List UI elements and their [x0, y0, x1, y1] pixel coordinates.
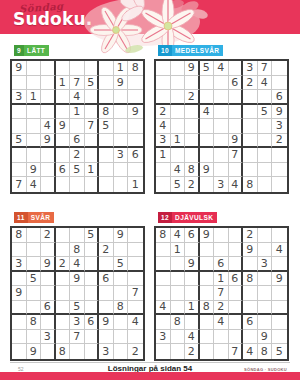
sudoku-cell: [200, 90, 215, 105]
sudoku-cell: [214, 105, 229, 120]
sudoku-cell: [243, 286, 258, 301]
sudoku-cell: [272, 177, 287, 192]
sudoku-cell: [70, 286, 85, 301]
sudoku-cell: [12, 344, 27, 359]
sudoku-cell: [114, 163, 129, 178]
sudoku-cell: [70, 61, 85, 76]
sudoku-cell: 8: [243, 177, 258, 192]
sudoku-cell: 7: [214, 286, 229, 301]
sudoku-cell: [156, 315, 171, 330]
difficulty-label: MEDELSVÅR: [172, 45, 223, 56]
sudoku-cell: [41, 61, 56, 76]
sudoku-cell: 6: [229, 272, 244, 287]
sudoku-cell: [128, 134, 143, 149]
sudoku-cell: [56, 243, 71, 258]
sudoku-cell: [171, 90, 186, 105]
sudoku-cell: [243, 257, 258, 272]
sudoku-cell: 2: [156, 105, 171, 120]
sudoku-cell: [12, 148, 27, 163]
sudoku-cell: [200, 148, 215, 163]
sudoku-cell: [156, 177, 171, 192]
sudoku-cell: [272, 301, 287, 316]
sudoku-cell: [171, 105, 186, 120]
sudoku-cell: [27, 257, 42, 272]
sudoku-cell: 3: [12, 257, 27, 272]
sudoku-cell: [229, 163, 244, 178]
sudoku-cell: [156, 61, 171, 76]
sudoku-cell: [12, 243, 27, 258]
sudoku-cell: [258, 134, 273, 149]
sudoku-cell: 7: [128, 286, 143, 301]
sudoku-cell: [200, 286, 215, 301]
sudoku-cell: 3: [70, 315, 85, 330]
difficulty-badge: 11SVÅR: [14, 212, 54, 223]
sudoku-cell: 3: [156, 134, 171, 149]
sudoku-cell: [214, 90, 229, 105]
sudoku-cell: [56, 134, 71, 149]
sudoku-cell: [128, 119, 143, 134]
sudoku-cell: 1: [56, 76, 71, 91]
sudoku-cell: [272, 257, 287, 272]
sudoku-cell: 7: [229, 344, 244, 359]
sudoku-cell: [156, 76, 171, 91]
sudoku-cell: [128, 228, 143, 243]
sudoku-cell: [41, 76, 56, 91]
sudoku-cell: [114, 315, 129, 330]
sudoku-cell: 8: [27, 315, 42, 330]
sudoku-cell: 1: [27, 90, 42, 105]
sudoku-cell: 4: [272, 243, 287, 258]
sudoku-cell: 8: [56, 344, 71, 359]
sudoku-cell: [99, 148, 114, 163]
sudoku-cell: [200, 134, 215, 149]
sudoku-cell: 9: [128, 105, 143, 120]
sudoku-cell: 2: [272, 134, 287, 149]
sudoku-cell: [56, 301, 71, 316]
sudoku-cell: [12, 272, 27, 287]
sudoku-cell: 6: [185, 228, 200, 243]
sudoku-cell: 5: [70, 301, 85, 316]
sudoku-cell: 9: [27, 344, 42, 359]
sudoku-cell: [56, 286, 71, 301]
sudoku-cell: [56, 330, 71, 345]
sudoku-cell: [12, 301, 27, 316]
sudoku-cell: [128, 301, 143, 316]
sudoku-cell: [56, 177, 71, 192]
sudoku-cell: [258, 177, 273, 192]
sudoku-cell: 4: [171, 163, 186, 178]
sudoku-cell: [27, 119, 42, 134]
sudoku-cell: [99, 257, 114, 272]
sudoku-cell: [185, 315, 200, 330]
sudoku-cell: 3: [99, 344, 114, 359]
sudoku-cell: 4: [200, 105, 215, 120]
sudoku-cell: [70, 228, 85, 243]
sudoku-cell: 2: [185, 90, 200, 105]
sudoku-cell: [85, 257, 100, 272]
puzzle-block-9-latt: 9LÄTT 918175931418949755962369651741: [10, 39, 145, 194]
sudoku-cell: [243, 301, 258, 316]
sudoku-cell: 9: [99, 315, 114, 330]
sudoku-cell: [229, 61, 244, 76]
sudoku-cell: 4: [41, 119, 56, 134]
sudoku-cell: 6: [214, 257, 229, 272]
sudoku-cell: [229, 228, 244, 243]
puzzle-number: 12: [158, 212, 172, 223]
sudoku-cell: [258, 286, 273, 301]
sudoku-cell: 2: [243, 76, 258, 91]
sudoku-cell: 4: [70, 90, 85, 105]
sudoku-cell: [229, 257, 244, 272]
sudoku-cell: [99, 228, 114, 243]
sudoku-cell: [185, 76, 200, 91]
sudoku-cell: [258, 228, 273, 243]
sudoku-cell: 8: [258, 344, 273, 359]
sudoku-cell: 9: [258, 330, 273, 345]
sudoku-cell: [185, 286, 200, 301]
sudoku-cell: [56, 272, 71, 287]
sudoku-cell: [258, 163, 273, 178]
sudoku-cell: [27, 61, 42, 76]
difficulty-label: SVÅR: [28, 212, 55, 223]
sudoku-cell: [85, 177, 100, 192]
sudoku-cell: 5: [272, 344, 287, 359]
sudoku-cell: [41, 286, 56, 301]
sudoku-cell: [114, 105, 129, 120]
puzzle-number: 9: [14, 45, 24, 56]
sudoku-cell: [171, 344, 186, 359]
sudoku-cell: 9: [12, 61, 27, 76]
sudoku-cell: [243, 163, 258, 178]
sudoku-cell: [214, 243, 229, 258]
sudoku-cell: 6: [70, 134, 85, 149]
sudoku-cell: [229, 330, 244, 345]
sudoku-cell: [85, 272, 100, 287]
sudoku-cell: [114, 134, 129, 149]
sudoku-cell: 8: [70, 243, 85, 258]
sudoku-cell: 9: [272, 272, 287, 287]
sudoku-cell: [27, 286, 42, 301]
sudoku-cell: [99, 90, 114, 105]
sudoku-cell: [229, 90, 244, 105]
difficulty-badge: 9LÄTT: [14, 45, 49, 56]
sudoku-cell: [156, 90, 171, 105]
sudoku-cell: [114, 243, 129, 258]
sudoku-cell: [258, 243, 273, 258]
sudoku-cell: [85, 134, 100, 149]
sudoku-cell: [200, 257, 215, 272]
sudoku-cell: [272, 163, 287, 178]
sudoku-cell: [85, 301, 100, 316]
sudoku-cell: [128, 163, 143, 178]
sudoku-cell: 9: [272, 105, 287, 120]
sudoku-cell: 4: [70, 257, 85, 272]
sudoku-cell: [185, 134, 200, 149]
sudoku-cell: [156, 163, 171, 178]
sudoku-cell: 1: [114, 61, 129, 76]
sudoku-cell: [56, 61, 71, 76]
sudoku-cell: [200, 177, 215, 192]
sudoku-cell: [214, 228, 229, 243]
sudoku-cell: 2: [128, 344, 143, 359]
sudoku-cell: [85, 330, 100, 345]
sudoku-cell: 8: [243, 272, 258, 287]
sudoku-cell: 1: [85, 163, 100, 178]
sudoku-cell: 6: [99, 272, 114, 287]
sudoku-cell: 6: [243, 315, 258, 330]
sudoku-cell: 3: [41, 330, 56, 345]
sudoku-cell: [27, 228, 42, 243]
sudoku-cell: [12, 105, 27, 120]
sudoku-cell: [99, 76, 114, 91]
sudoku-cell: 6: [128, 148, 143, 163]
sudoku-cell: [200, 315, 215, 330]
sudoku-cell: 7: [70, 76, 85, 91]
sudoku-cell: [272, 148, 287, 163]
sudoku-cell: [243, 148, 258, 163]
sudoku-cell: [41, 163, 56, 178]
difficulty-badge: 12DJÄVULSK: [158, 212, 217, 223]
sudoku-cell: [185, 243, 200, 258]
sudoku-cell: [12, 76, 27, 91]
sudoku-cell: [41, 243, 56, 258]
sudoku-cell: 1: [128, 177, 143, 192]
sudoku-cell: [70, 344, 85, 359]
sudoku-cell: 3: [214, 177, 229, 192]
sudoku-cell: [156, 257, 171, 272]
sudoku-cell: 4: [156, 119, 171, 134]
sudoku-cell: [185, 105, 200, 120]
sudoku-cell: [56, 315, 71, 330]
sudoku-cell: [171, 257, 186, 272]
sudoku-cell: [171, 148, 186, 163]
sudoku-cell: 6: [41, 301, 56, 316]
sudoku-cell: 9: [114, 76, 129, 91]
sudoku-cell: 3: [156, 330, 171, 345]
sudoku-cell: 5: [27, 272, 42, 287]
sudoku-cell: 9: [56, 119, 71, 134]
sudoku-cell: 1: [185, 301, 200, 316]
sudoku-cell: 8: [12, 228, 27, 243]
sudoku-cell: [156, 272, 171, 287]
sudoku-cell: 1: [156, 148, 171, 163]
sudoku-cell: [27, 148, 42, 163]
sudoku-cell: [99, 301, 114, 316]
sudoku-cell: [185, 272, 200, 287]
sudoku-cell: 5: [200, 61, 215, 76]
sudoku-cell: [229, 315, 244, 330]
sudoku-cell: 9: [114, 228, 129, 243]
sudoku-cell: [258, 301, 273, 316]
sudoku-cell: [128, 243, 143, 258]
sudoku-cell: [214, 330, 229, 345]
sudoku-cell: 7: [229, 148, 244, 163]
difficulty-label: LÄTT: [24, 45, 49, 56]
sudoku-cell: [85, 90, 100, 105]
sudoku-cell: 4: [214, 315, 229, 330]
sudoku-cell: [114, 177, 129, 192]
difficulty-label: DJÄVULSK: [172, 212, 217, 223]
sudoku-cell: [243, 330, 258, 345]
sudoku-cell: [12, 315, 27, 330]
sudoku-cell: [128, 90, 143, 105]
sudoku-cell: [128, 257, 143, 272]
sudoku-cell: 9: [229, 134, 244, 149]
sudoku-cell: [272, 286, 287, 301]
sudoku-cell: [27, 330, 42, 345]
sudoku-cell: [85, 286, 100, 301]
puzzle-block-10-medelsvar: 10MEDELSVÅR 9543762426245943319217489523…: [154, 39, 289, 194]
sudoku-cell: [85, 61, 100, 76]
sudoku-cell: 3: [272, 119, 287, 134]
sudoku-cell: [85, 344, 100, 359]
sudoku-cell: [229, 243, 244, 258]
sudoku-cell: [243, 134, 258, 149]
sudoku-cell: 8: [185, 163, 200, 178]
sudoku-cell: 9: [185, 61, 200, 76]
sudoku-cell: 9: [12, 286, 27, 301]
sudoku-cell: 7: [85, 119, 100, 134]
sudoku-cell: [156, 243, 171, 258]
sudoku-cell: [272, 61, 287, 76]
sudoku-cell: 3: [12, 90, 27, 105]
sudoku-cell: [214, 134, 229, 149]
sudoku-cell: [99, 163, 114, 178]
sudoku-cell: [229, 286, 244, 301]
sudoku-cell: [214, 163, 229, 178]
sudoku-cell: 9: [200, 228, 215, 243]
sudoku-cell: 6: [56, 163, 71, 178]
sudoku-cell: [258, 148, 273, 163]
sudoku-cell: 2: [99, 243, 114, 258]
sudoku-cell: 3: [243, 61, 258, 76]
sudoku-cell: [156, 344, 171, 359]
sudoku-cell: 7: [70, 330, 85, 345]
sudoku-cell: 7: [258, 61, 273, 76]
sudoku-cell: [41, 272, 56, 287]
sudoku-cell: [229, 119, 244, 134]
sudoku-cell: [128, 76, 143, 91]
sudoku-cell: 5: [12, 134, 27, 149]
sudoku-cell: [258, 119, 273, 134]
footer-divider: [10, 362, 290, 363]
puzzle-number: 10: [158, 45, 172, 56]
sudoku-cell: [114, 344, 129, 359]
sudoku-cell: 4: [243, 344, 258, 359]
sudoku-cell: [114, 90, 129, 105]
sudoku-cell: 4: [27, 177, 42, 192]
sudoku-cell: 9: [200, 163, 215, 178]
sudoku-cell: 9: [41, 257, 56, 272]
sudoku-cell: [12, 163, 27, 178]
sudoku-cell: [56, 148, 71, 163]
sudoku-cell: [171, 272, 186, 287]
sudoku-cell: 8: [171, 315, 186, 330]
sudoku-cell: [27, 76, 42, 91]
sudoku-cell: 2: [70, 148, 85, 163]
sudoku-cell: [27, 243, 42, 258]
sudoku-cell: [258, 315, 273, 330]
sudoku-cell: 6: [272, 90, 287, 105]
sudoku-cell: [41, 148, 56, 163]
sudoku-cell: [214, 148, 229, 163]
sudoku-grid-12-djavulsk: 8469219496316897418284634927485: [154, 226, 289, 361]
sudoku-cell: [272, 330, 287, 345]
sudoku-cell: 8: [114, 301, 129, 316]
sudoku-cell: [128, 330, 143, 345]
sudoku-cell: [114, 330, 129, 345]
sudoku-cell: 3: [114, 148, 129, 163]
sudoku-cell: 5: [85, 76, 100, 91]
sudoku-cell: [56, 228, 71, 243]
sudoku-cell: [258, 90, 273, 105]
sudoku-cell: 9: [185, 257, 200, 272]
puzzle-number: 11: [14, 212, 28, 223]
sudoku-cell: [27, 134, 42, 149]
sudoku-cell: 2: [185, 344, 200, 359]
sudoku-cell: 8: [156, 228, 171, 243]
sudoku-cell: [85, 105, 100, 120]
puzzle-block-12-djavulsk: 12DJÄVULSK 84692194963168974182846349274…: [154, 206, 289, 361]
sudoku-cell: 9: [27, 163, 42, 178]
sudoku-cell: 6: [229, 76, 244, 91]
sudoku-cell: [114, 286, 129, 301]
sudoku-cell: [200, 272, 215, 287]
sudoku-cell: [27, 105, 42, 120]
sudoku-cell: 5: [85, 228, 100, 243]
sudoku-cell: 1: [70, 105, 85, 120]
sudoku-cell: [258, 272, 273, 287]
sudoku-cell: [214, 76, 229, 91]
sudoku-cell: [156, 286, 171, 301]
sudoku-cell: 5: [258, 105, 273, 120]
sudoku-cell: [200, 76, 215, 91]
sudoku-cell: [171, 119, 186, 134]
sudoku-cell: [272, 76, 287, 91]
sudoku-cell: 8: [128, 61, 143, 76]
sudoku-cell: [200, 243, 215, 258]
sudoku-cell: [12, 119, 27, 134]
sudoku-cell: [214, 344, 229, 359]
sudoku-cell: [12, 330, 27, 345]
sudoku-cell: [243, 119, 258, 134]
sudoku-cell: 2: [185, 177, 200, 192]
sudoku-cell: [85, 243, 100, 258]
sudoku-cell: [99, 134, 114, 149]
sudoku-cell: [272, 315, 287, 330]
sudoku-cell: [200, 330, 215, 345]
sudoku-cell: [171, 301, 186, 316]
sudoku-cell: 2: [243, 228, 258, 243]
sudoku-cell: 4: [229, 177, 244, 192]
sudoku-cell: 9: [41, 134, 56, 149]
sudoku-cell: 1: [214, 272, 229, 287]
sudoku-cell: [56, 90, 71, 105]
sudoku-cell: [229, 301, 244, 316]
sudoku-cell: 1: [171, 243, 186, 258]
sudoku-cell: 2: [41, 228, 56, 243]
sudoku-cell: [171, 330, 186, 345]
sudoku-cell: [185, 148, 200, 163]
sudoku-cell: [99, 61, 114, 76]
sudoku-cell: 9: [243, 243, 258, 258]
sudoku-cell: [27, 301, 42, 316]
sudoku-cell: [41, 90, 56, 105]
sudoku-cell: 4: [156, 301, 171, 316]
sudoku-cell: 5: [70, 163, 85, 178]
sudoku-cell: 7: [12, 177, 27, 192]
sudoku-grid-10-medelsvar: 954376242624594331921748952348: [154, 59, 289, 194]
